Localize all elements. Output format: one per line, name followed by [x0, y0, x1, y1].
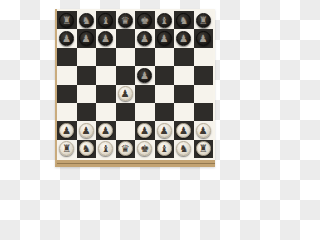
square-c7[interactable]: ♟ [96, 29, 116, 47]
piece-black-pawn-g7[interactable]: ♟ [176, 31, 191, 46]
square-f6[interactable] [155, 48, 175, 66]
square-b2[interactable]: ♟ [77, 121, 97, 139]
square-c4[interactable] [96, 85, 116, 103]
piece-black-bishop-f8[interactable]: ♝ [157, 13, 172, 28]
transparent-checker-background: { "game": "chess", "description": "Overh… [0, 0, 260, 180]
square-d1[interactable]: ♛ [116, 140, 136, 158]
square-g7[interactable]: ♟ [174, 29, 194, 47]
square-f7[interactable]: ♟ [155, 29, 175, 47]
square-a4[interactable] [57, 85, 77, 103]
square-g5[interactable] [174, 66, 194, 84]
square-d6[interactable] [116, 48, 136, 66]
square-c6[interactable] [96, 48, 116, 66]
square-d3[interactable] [116, 103, 136, 121]
piece-black-pawn-c7[interactable]: ♟ [98, 31, 113, 46]
square-g8[interactable]: ♞ [174, 11, 194, 29]
square-d4[interactable]: ♟ [116, 85, 136, 103]
square-h1[interactable]: ♜ [194, 140, 214, 158]
piece-white-rook-h1[interactable]: ♜ [196, 141, 211, 156]
square-h4[interactable] [194, 85, 214, 103]
piece-black-knight-g8[interactable]: ♞ [176, 13, 191, 28]
square-c8[interactable]: ♝ [96, 11, 116, 29]
square-a5[interactable] [57, 66, 77, 84]
square-f3[interactable] [155, 103, 175, 121]
square-b6[interactable] [77, 48, 97, 66]
piece-black-rook-h8[interactable]: ♜ [196, 13, 211, 28]
piece-black-pawn-a7[interactable]: ♟ [59, 31, 74, 46]
piece-white-queen-d1[interactable]: ♛ [118, 141, 133, 156]
piece-white-pawn-e2[interactable]: ♟ [137, 123, 152, 138]
square-b8[interactable]: ♞ [77, 11, 97, 29]
square-h7[interactable]: ♟ [194, 29, 214, 47]
square-e6[interactable] [135, 48, 155, 66]
piece-black-pawn-e7[interactable]: ♟ [137, 31, 152, 46]
piece-white-bishop-c1[interactable]: ♝ [98, 141, 113, 156]
piece-black-king-e8[interactable]: ♚ [137, 13, 152, 28]
square-e4[interactable] [135, 85, 155, 103]
square-b3[interactable] [77, 103, 97, 121]
piece-black-pawn-h7[interactable]: ♟ [196, 31, 211, 46]
board-face: ♜♞♝♛♚♝♞♜♟♟♟♟♟♟♟♟♟♟♟♟♟♟♟♟♜♞♝♛♚♝♞♜ [57, 11, 213, 158]
square-g6[interactable] [174, 48, 194, 66]
square-d7[interactable] [116, 29, 136, 47]
square-e3[interactable] [135, 103, 155, 121]
square-d8[interactable]: ♛ [116, 11, 136, 29]
square-b5[interactable] [77, 66, 97, 84]
square-c1[interactable]: ♝ [96, 140, 116, 158]
square-g3[interactable] [174, 103, 194, 121]
square-a3[interactable] [57, 103, 77, 121]
square-b4[interactable] [77, 85, 97, 103]
square-h3[interactable] [194, 103, 214, 121]
square-h2[interactable]: ♟ [194, 121, 214, 139]
piece-white-bishop-f1[interactable]: ♝ [157, 141, 172, 156]
piece-white-pawn-a2[interactable]: ♟ [59, 123, 74, 138]
chess-board: ♜♞♝♛♚♝♞♜♟♟♟♟♟♟♟♟♟♟♟♟♟♟♟♟♜♞♝♛♚♝♞♜ [55, 9, 215, 167]
board-grid: ♜♞♝♛♚♝♞♜♟♟♟♟♟♟♟♟♟♟♟♟♟♟♟♟♜♞♝♛♚♝♞♜ [57, 11, 213, 158]
piece-black-bishop-c8[interactable]: ♝ [98, 13, 113, 28]
piece-white-knight-b1[interactable]: ♞ [79, 141, 94, 156]
piece-black-queen-d8[interactable]: ♛ [118, 13, 133, 28]
square-c3[interactable] [96, 103, 116, 121]
square-b1[interactable]: ♞ [77, 140, 97, 158]
square-f4[interactable] [155, 85, 175, 103]
square-d2[interactable] [116, 121, 136, 139]
piece-white-pawn-b2[interactable]: ♟ [79, 123, 94, 138]
square-a1[interactable]: ♜ [57, 140, 77, 158]
square-e5[interactable]: ♟ [135, 66, 155, 84]
square-f5[interactable] [155, 66, 175, 84]
square-h5[interactable] [194, 66, 214, 84]
board-wood-edge [57, 163, 215, 164]
piece-white-pawn-f2[interactable]: ♟ [157, 123, 172, 138]
square-g4[interactable] [174, 85, 194, 103]
square-f2[interactable]: ♟ [155, 121, 175, 139]
piece-black-pawn-b7[interactable]: ♟ [79, 31, 94, 46]
piece-white-pawn-d4[interactable]: ♟ [118, 86, 133, 101]
square-b7[interactable]: ♟ [77, 29, 97, 47]
square-f1[interactable]: ♝ [155, 140, 175, 158]
piece-black-pawn-f7[interactable]: ♟ [157, 31, 172, 46]
square-e8[interactable]: ♚ [135, 11, 155, 29]
square-d5[interactable] [116, 66, 136, 84]
piece-white-pawn-h2[interactable]: ♟ [196, 123, 211, 138]
piece-black-knight-b8[interactable]: ♞ [79, 13, 94, 28]
piece-white-king-e1[interactable]: ♚ [137, 141, 152, 156]
square-e2[interactable]: ♟ [135, 121, 155, 139]
square-a8[interactable]: ♜ [57, 11, 77, 29]
square-a7[interactable]: ♟ [57, 29, 77, 47]
square-c2[interactable]: ♟ [96, 121, 116, 139]
piece-white-pawn-g2[interactable]: ♟ [176, 123, 191, 138]
square-e1[interactable]: ♚ [135, 140, 155, 158]
piece-white-rook-a1[interactable]: ♜ [59, 141, 74, 156]
piece-white-knight-g1[interactable]: ♞ [176, 141, 191, 156]
piece-black-pawn-e5[interactable]: ♟ [137, 68, 152, 83]
square-g1[interactable]: ♞ [174, 140, 194, 158]
square-c5[interactable] [96, 66, 116, 84]
piece-black-rook-a8[interactable]: ♜ [59, 13, 74, 28]
square-h8[interactable]: ♜ [194, 11, 214, 29]
square-f8[interactable]: ♝ [155, 11, 175, 29]
square-e7[interactable]: ♟ [135, 29, 155, 47]
piece-white-pawn-c2[interactable]: ♟ [98, 123, 113, 138]
square-g2[interactable]: ♟ [174, 121, 194, 139]
square-a2[interactable]: ♟ [57, 121, 77, 139]
square-a6[interactable] [57, 48, 77, 66]
square-h6[interactable] [194, 48, 214, 66]
